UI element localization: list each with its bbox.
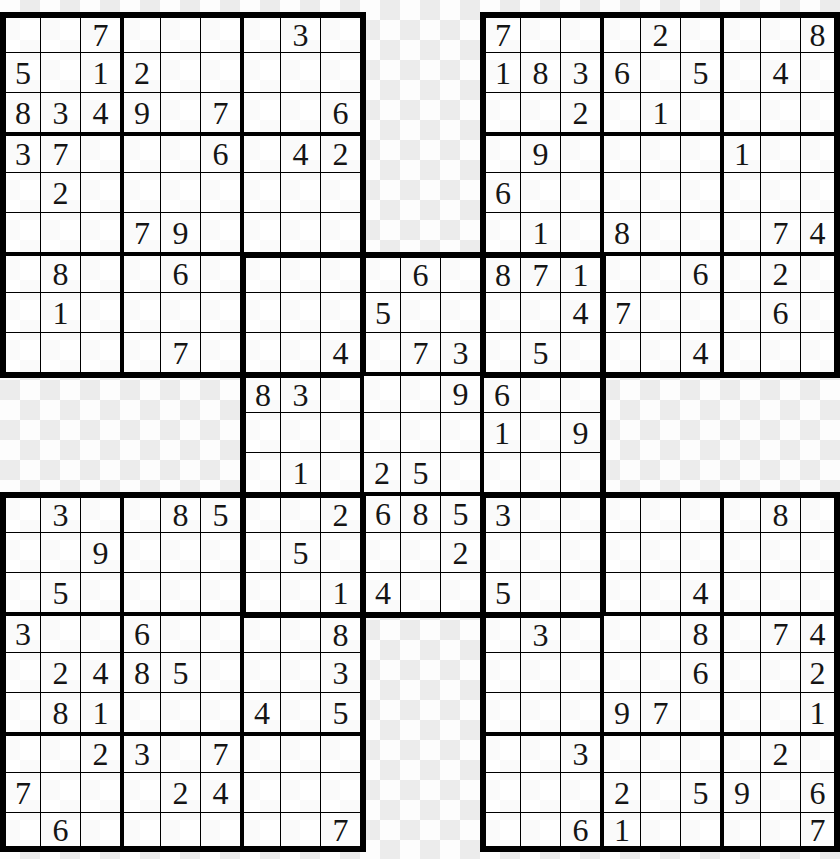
cell-r7c18[interactable]: 6 (680, 252, 720, 292)
cell-r5c5[interactable] (160, 172, 200, 212)
cell-r6c1[interactable] (0, 212, 40, 252)
cell-r7c19[interactable] (720, 252, 760, 292)
cell-r17c2[interactable]: 2 (40, 652, 80, 692)
cell-r10c7[interactable]: 8 (240, 372, 280, 412)
cell-r5c20[interactable] (760, 172, 800, 212)
cell-r7c7[interactable] (240, 252, 280, 292)
cell-r6c19[interactable] (720, 212, 760, 252)
cell-r9c1[interactable] (0, 332, 40, 372)
cell-r13c14[interactable] (520, 492, 560, 532)
cell-r9c12[interactable]: 3 (440, 332, 480, 372)
cell-r4c13[interactable] (480, 132, 520, 172)
cell-r18c15[interactable] (560, 692, 600, 732)
cell-r4c20[interactable] (760, 132, 800, 172)
cell-r13c7[interactable] (240, 492, 280, 532)
cell-r7c12[interactable] (440, 252, 480, 292)
cell-r13c8[interactable] (280, 492, 320, 532)
cell-r8c8[interactable] (280, 292, 320, 332)
cell-r6c17[interactable] (640, 212, 680, 252)
cell-r6c18[interactable] (680, 212, 720, 252)
cell-r1c9[interactable] (320, 12, 360, 52)
cell-r19c17[interactable] (640, 732, 680, 772)
cell-r17c16[interactable] (600, 652, 640, 692)
cell-r4c21[interactable] (800, 132, 840, 172)
cell-r21c1[interactable] (0, 812, 40, 852)
cell-r14c11[interactable] (400, 532, 440, 572)
cell-r16c15[interactable] (560, 612, 600, 652)
cell-r16c19[interactable] (720, 612, 760, 652)
cell-r14c8[interactable]: 5 (280, 532, 320, 572)
cell-r15c4[interactable] (120, 572, 160, 612)
cell-r21c13[interactable] (480, 812, 520, 852)
cell-r5c15[interactable] (560, 172, 600, 212)
cell-r10c12[interactable]: 9 (440, 372, 480, 412)
cell-r10c15[interactable] (560, 372, 600, 412)
cell-r11c8[interactable] (280, 412, 320, 452)
cell-r9c9[interactable]: 4 (320, 332, 360, 372)
cell-r14c3[interactable]: 9 (80, 532, 120, 572)
cell-r15c15[interactable] (560, 572, 600, 612)
cell-r21c21[interactable]: 7 (800, 812, 840, 852)
cell-r19c15[interactable]: 3 (560, 732, 600, 772)
cell-r19c19[interactable] (720, 732, 760, 772)
cell-r17c4[interactable]: 8 (120, 652, 160, 692)
cell-r14c2[interactable] (40, 532, 80, 572)
cell-r17c21[interactable]: 2 (800, 652, 840, 692)
cell-r10c13[interactable]: 6 (480, 372, 520, 412)
cell-r8c16[interactable]: 7 (600, 292, 640, 332)
cell-r20c6[interactable]: 4 (200, 772, 240, 812)
cell-r14c21[interactable] (800, 532, 840, 572)
cell-r2c2[interactable] (40, 52, 80, 92)
cell-r9c6[interactable] (200, 332, 240, 372)
cell-r1c4[interactable] (120, 12, 160, 52)
cell-r14c10[interactable] (360, 532, 400, 572)
cell-r8c12[interactable] (440, 292, 480, 332)
cell-r9c3[interactable] (80, 332, 120, 372)
cell-r4c6[interactable]: 6 (200, 132, 240, 172)
cell-r21c2[interactable]: 6 (40, 812, 80, 852)
cell-r18c6[interactable] (200, 692, 240, 732)
cell-r7c2[interactable]: 8 (40, 252, 80, 292)
cell-r7c10[interactable] (360, 252, 400, 292)
cell-r3c4[interactable]: 9 (120, 92, 160, 132)
cell-r2c20[interactable]: 4 (760, 52, 800, 92)
cell-r18c4[interactable] (120, 692, 160, 732)
cell-r4c4[interactable] (120, 132, 160, 172)
cell-r13c2[interactable]: 3 (40, 492, 80, 532)
cell-r15c12[interactable] (440, 572, 480, 612)
cell-r21c4[interactable] (120, 812, 160, 852)
cell-r16c3[interactable] (80, 612, 120, 652)
cell-r11c15[interactable]: 9 (560, 412, 600, 452)
cell-r15c9[interactable]: 1 (320, 572, 360, 612)
cell-r17c13[interactable] (480, 652, 520, 692)
cell-r14c1[interactable] (0, 532, 40, 572)
cell-r11c13[interactable]: 1 (480, 412, 520, 452)
cell-r3c13[interactable] (480, 92, 520, 132)
cell-r15c6[interactable] (200, 572, 240, 612)
cell-r19c1[interactable] (0, 732, 40, 772)
cell-r2c6[interactable] (200, 52, 240, 92)
cell-r13c15[interactable] (560, 492, 600, 532)
cell-r1c17[interactable]: 2 (640, 12, 680, 52)
cell-r3c21[interactable] (800, 92, 840, 132)
cell-r13c18[interactable] (680, 492, 720, 532)
cell-r1c18[interactable] (680, 12, 720, 52)
cell-r2c16[interactable]: 6 (600, 52, 640, 92)
cell-r7c3[interactable] (80, 252, 120, 292)
cell-r15c21[interactable] (800, 572, 840, 612)
cell-r4c9[interactable]: 2 (320, 132, 360, 172)
cell-r1c15[interactable] (560, 12, 600, 52)
cell-r20c4[interactable] (120, 772, 160, 812)
cell-r7c20[interactable]: 2 (760, 252, 800, 292)
cell-r5c7[interactable] (240, 172, 280, 212)
cell-r19c18[interactable] (680, 732, 720, 772)
cell-r12c14[interactable] (520, 452, 560, 492)
cell-r13c21[interactable] (800, 492, 840, 532)
cell-r11c7[interactable] (240, 412, 280, 452)
cell-r18c13[interactable] (480, 692, 520, 732)
cell-r9c19[interactable] (720, 332, 760, 372)
cell-r6c15[interactable] (560, 212, 600, 252)
cell-r20c16[interactable]: 2 (600, 772, 640, 812)
cell-r20c9[interactable] (320, 772, 360, 812)
cell-r10c14[interactable] (520, 372, 560, 412)
cell-r21c16[interactable]: 1 (600, 812, 640, 852)
cell-r4c7[interactable] (240, 132, 280, 172)
cell-r16c13[interactable] (480, 612, 520, 652)
cell-r9c20[interactable] (760, 332, 800, 372)
cell-r9c4[interactable] (120, 332, 160, 372)
cell-r7c4[interactable] (120, 252, 160, 292)
cell-r15c7[interactable] (240, 572, 280, 612)
cell-r11c9[interactable] (320, 412, 360, 452)
cell-r3c14[interactable] (520, 92, 560, 132)
cell-r2c5[interactable] (160, 52, 200, 92)
cell-r18c17[interactable]: 7 (640, 692, 680, 732)
cell-r19c2[interactable] (40, 732, 80, 772)
cell-r6c2[interactable] (40, 212, 80, 252)
cell-r18c20[interactable] (760, 692, 800, 732)
cell-r1c5[interactable] (160, 12, 200, 52)
cell-r17c15[interactable] (560, 652, 600, 692)
cell-r1c14[interactable] (520, 12, 560, 52)
cell-r5c19[interactable] (720, 172, 760, 212)
cell-r20c8[interactable] (280, 772, 320, 812)
cell-r6c7[interactable] (240, 212, 280, 252)
cell-r6c5[interactable]: 9 (160, 212, 200, 252)
cell-r15c17[interactable] (640, 572, 680, 612)
cell-r19c5[interactable] (160, 732, 200, 772)
cell-r12c15[interactable] (560, 452, 600, 492)
cell-r13c11[interactable]: 8 (400, 492, 440, 532)
cell-r7c17[interactable] (640, 252, 680, 292)
cell-r8c3[interactable] (80, 292, 120, 332)
cell-r6c13[interactable] (480, 212, 520, 252)
cell-r18c1[interactable] (0, 692, 40, 732)
cell-r14c9[interactable] (320, 532, 360, 572)
cell-r3c16[interactable] (600, 92, 640, 132)
cell-r2c3[interactable]: 1 (80, 52, 120, 92)
cell-r15c19[interactable] (720, 572, 760, 612)
cell-r18c18[interactable] (680, 692, 720, 732)
cell-r13c6[interactable]: 5 (200, 492, 240, 532)
cell-r21c9[interactable]: 7 (320, 812, 360, 852)
cell-r20c19[interactable]: 9 (720, 772, 760, 812)
cell-r6c3[interactable] (80, 212, 120, 252)
cell-r7c5[interactable]: 6 (160, 252, 200, 292)
cell-r1c3[interactable]: 7 (80, 12, 120, 52)
cell-r12c11[interactable]: 5 (400, 452, 440, 492)
cell-r17c14[interactable] (520, 652, 560, 692)
cell-r21c15[interactable]: 6 (560, 812, 600, 852)
cell-r21c5[interactable] (160, 812, 200, 852)
cell-r11c10[interactable] (360, 412, 400, 452)
cell-r13c10[interactable]: 6 (360, 492, 400, 532)
cell-r15c13[interactable]: 5 (480, 572, 520, 612)
cell-r8c15[interactable]: 4 (560, 292, 600, 332)
cell-r17c20[interactable] (760, 652, 800, 692)
cell-r9c5[interactable]: 7 (160, 332, 200, 372)
cell-r14c15[interactable] (560, 532, 600, 572)
cell-r6c16[interactable]: 8 (600, 212, 640, 252)
cell-r17c7[interactable] (240, 652, 280, 692)
cell-r18c19[interactable] (720, 692, 760, 732)
cell-r8c14[interactable] (520, 292, 560, 332)
cell-r20c17[interactable] (640, 772, 680, 812)
cell-r8c17[interactable] (640, 292, 680, 332)
cell-r4c2[interactable]: 7 (40, 132, 80, 172)
cell-r13c19[interactable] (720, 492, 760, 532)
cell-r2c7[interactable] (240, 52, 280, 92)
cell-r2c15[interactable]: 3 (560, 52, 600, 92)
cell-r16c9[interactable]: 8 (320, 612, 360, 652)
cell-r20c20[interactable] (760, 772, 800, 812)
cell-r5c13[interactable]: 6 (480, 172, 520, 212)
cell-r21c3[interactable] (80, 812, 120, 852)
cell-r11c14[interactable] (520, 412, 560, 452)
cell-r16c1[interactable]: 3 (0, 612, 40, 652)
cell-r18c16[interactable]: 9 (600, 692, 640, 732)
cell-r14c12[interactable]: 2 (440, 532, 480, 572)
cell-r8c20[interactable]: 6 (760, 292, 800, 332)
cell-r14c18[interactable] (680, 532, 720, 572)
cell-r17c5[interactable]: 5 (160, 652, 200, 692)
cell-r10c10[interactable] (360, 372, 400, 412)
cell-r19c16[interactable] (600, 732, 640, 772)
cell-r1c1[interactable] (0, 12, 40, 52)
cell-r8c18[interactable] (680, 292, 720, 332)
cell-r14c4[interactable] (120, 532, 160, 572)
cell-r15c2[interactable]: 5 (40, 572, 80, 612)
cell-r4c19[interactable]: 1 (720, 132, 760, 172)
cell-r1c7[interactable] (240, 12, 280, 52)
cell-r13c4[interactable] (120, 492, 160, 532)
cell-r4c17[interactable] (640, 132, 680, 172)
cell-r5c16[interactable] (600, 172, 640, 212)
cell-r7c9[interactable] (320, 252, 360, 292)
cell-r14c14[interactable] (520, 532, 560, 572)
cell-r5c4[interactable] (120, 172, 160, 212)
cell-r9c2[interactable] (40, 332, 80, 372)
cell-r6c6[interactable] (200, 212, 240, 252)
cell-r9c11[interactable]: 7 (400, 332, 440, 372)
cell-r8c19[interactable] (720, 292, 760, 332)
cell-r2c19[interactable] (720, 52, 760, 92)
cell-r7c11[interactable]: 6 (400, 252, 440, 292)
cell-r12c10[interactable]: 2 (360, 452, 400, 492)
cell-r5c3[interactable] (80, 172, 120, 212)
cell-r3c3[interactable]: 4 (80, 92, 120, 132)
cell-r6c4[interactable]: 7 (120, 212, 160, 252)
cell-r11c12[interactable] (440, 412, 480, 452)
cell-r9c18[interactable]: 4 (680, 332, 720, 372)
cell-r19c13[interactable] (480, 732, 520, 772)
cell-r19c7[interactable] (240, 732, 280, 772)
cell-r9c16[interactable] (600, 332, 640, 372)
cell-r19c14[interactable] (520, 732, 560, 772)
cell-r15c18[interactable]: 4 (680, 572, 720, 612)
cell-r15c10[interactable]: 4 (360, 572, 400, 612)
cell-r5c1[interactable] (0, 172, 40, 212)
cell-r17c18[interactable]: 6 (680, 652, 720, 692)
cell-r19c20[interactable]: 2 (760, 732, 800, 772)
cell-r17c19[interactable] (720, 652, 760, 692)
cell-r10c9[interactable] (320, 372, 360, 412)
cell-r13c16[interactable] (600, 492, 640, 532)
cell-r2c14[interactable]: 8 (520, 52, 560, 92)
cell-r8c1[interactable] (0, 292, 40, 332)
cell-r6c20[interactable]: 7 (760, 212, 800, 252)
cell-r15c20[interactable] (760, 572, 800, 612)
cell-r4c14[interactable]: 9 (520, 132, 560, 172)
cell-r3c5[interactable] (160, 92, 200, 132)
cell-r5c2[interactable]: 2 (40, 172, 80, 212)
cell-r12c9[interactable] (320, 452, 360, 492)
cell-r4c16[interactable] (600, 132, 640, 172)
cell-r21c14[interactable] (520, 812, 560, 852)
cell-r21c7[interactable] (240, 812, 280, 852)
cell-r14c5[interactable] (160, 532, 200, 572)
cell-r9c15[interactable] (560, 332, 600, 372)
cell-r1c20[interactable] (760, 12, 800, 52)
cell-r7c14[interactable]: 7 (520, 252, 560, 292)
cell-r5c8[interactable] (280, 172, 320, 212)
cell-r18c9[interactable]: 5 (320, 692, 360, 732)
cell-r5c21[interactable] (800, 172, 840, 212)
cell-r9c7[interactable] (240, 332, 280, 372)
cell-r17c6[interactable] (200, 652, 240, 692)
cell-r18c21[interactable]: 1 (800, 692, 840, 732)
cell-r15c11[interactable] (400, 572, 440, 612)
cell-r7c16[interactable] (600, 252, 640, 292)
cell-r3c7[interactable] (240, 92, 280, 132)
cell-r2c18[interactable]: 5 (680, 52, 720, 92)
cell-r20c1[interactable]: 7 (0, 772, 40, 812)
cell-r15c1[interactable] (0, 572, 40, 612)
cell-r3c18[interactable] (680, 92, 720, 132)
cell-r5c9[interactable] (320, 172, 360, 212)
cell-r4c5[interactable] (160, 132, 200, 172)
cell-r12c8[interactable]: 1 (280, 452, 320, 492)
cell-r1c2[interactable] (40, 12, 80, 52)
cell-r15c16[interactable] (600, 572, 640, 612)
cell-r18c14[interactable] (520, 692, 560, 732)
cell-r5c17[interactable] (640, 172, 680, 212)
cell-r13c17[interactable] (640, 492, 680, 532)
cell-r16c7[interactable] (240, 612, 280, 652)
cell-r14c13[interactable] (480, 532, 520, 572)
cell-r16c18[interactable]: 8 (680, 612, 720, 652)
cell-r2c9[interactable] (320, 52, 360, 92)
cell-r17c9[interactable]: 3 (320, 652, 360, 692)
cell-r6c9[interactable] (320, 212, 360, 252)
cell-r17c1[interactable] (0, 652, 40, 692)
cell-r18c2[interactable]: 8 (40, 692, 80, 732)
cell-r7c6[interactable] (200, 252, 240, 292)
cell-r9c21[interactable] (800, 332, 840, 372)
cell-r2c8[interactable] (280, 52, 320, 92)
cell-r2c4[interactable]: 2 (120, 52, 160, 92)
cell-r3c19[interactable] (720, 92, 760, 132)
cell-r19c6[interactable]: 7 (200, 732, 240, 772)
cell-r13c20[interactable]: 8 (760, 492, 800, 532)
cell-r2c17[interactable] (640, 52, 680, 92)
cell-r20c15[interactable] (560, 772, 600, 812)
cell-r3c6[interactable]: 7 (200, 92, 240, 132)
cell-r14c19[interactable] (720, 532, 760, 572)
cell-r21c18[interactable] (680, 812, 720, 852)
cell-r20c18[interactable]: 5 (680, 772, 720, 812)
cell-r6c14[interactable]: 1 (520, 212, 560, 252)
cell-r3c20[interactable] (760, 92, 800, 132)
cell-r11c11[interactable] (400, 412, 440, 452)
cell-r19c3[interactable]: 2 (80, 732, 120, 772)
cell-r13c12[interactable]: 5 (440, 492, 480, 532)
cell-r16c21[interactable]: 4 (800, 612, 840, 652)
cell-r8c4[interactable] (120, 292, 160, 332)
cell-r5c6[interactable] (200, 172, 240, 212)
cell-r16c2[interactable] (40, 612, 80, 652)
cell-r15c5[interactable] (160, 572, 200, 612)
cell-r16c14[interactable]: 3 (520, 612, 560, 652)
cell-r3c15[interactable]: 2 (560, 92, 600, 132)
cell-r12c13[interactable] (480, 452, 520, 492)
cell-r4c8[interactable]: 4 (280, 132, 320, 172)
cell-r16c16[interactable] (600, 612, 640, 652)
cell-r15c8[interactable] (280, 572, 320, 612)
cell-r8c10[interactable]: 5 (360, 292, 400, 332)
cell-r15c3[interactable] (80, 572, 120, 612)
cell-r18c5[interactable] (160, 692, 200, 732)
cell-r8c11[interactable] (400, 292, 440, 332)
cell-r20c21[interactable]: 6 (800, 772, 840, 812)
cell-r18c3[interactable]: 1 (80, 692, 120, 732)
cell-r5c18[interactable] (680, 172, 720, 212)
cell-r17c3[interactable]: 4 (80, 652, 120, 692)
cell-r14c17[interactable] (640, 532, 680, 572)
cell-r3c2[interactable]: 3 (40, 92, 80, 132)
cell-r1c16[interactable] (600, 12, 640, 52)
cell-r7c1[interactable] (0, 252, 40, 292)
cell-r1c19[interactable] (720, 12, 760, 52)
cell-r8c9[interactable] (320, 292, 360, 332)
cell-r21c17[interactable] (640, 812, 680, 852)
cell-r18c7[interactable]: 4 (240, 692, 280, 732)
cell-r8c7[interactable] (240, 292, 280, 332)
